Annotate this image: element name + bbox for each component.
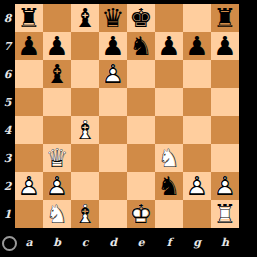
- square-e6[interactable]: [127, 60, 155, 88]
- rank-label-3: 3: [0, 144, 15, 172]
- piece-black-pawn: ♟: [15, 32, 43, 60]
- square-d4[interactable]: [99, 116, 127, 144]
- square-a4[interactable]: [15, 116, 43, 144]
- square-h6[interactable]: [211, 60, 239, 88]
- piece-black-pawn: ♟: [211, 32, 239, 60]
- square-c3[interactable]: [71, 144, 99, 172]
- square-g6[interactable]: [183, 60, 211, 88]
- square-c1[interactable]: ♝♗: [71, 200, 99, 228]
- square-b2[interactable]: ♟♙: [43, 172, 71, 200]
- square-g5[interactable]: [183, 88, 211, 116]
- square-a6[interactable]: [15, 60, 43, 88]
- square-f1[interactable]: [155, 200, 183, 228]
- piece-black-queen: ♛: [99, 4, 127, 32]
- file-label-e: e: [127, 232, 155, 252]
- piece-white-pawn: ♙: [43, 172, 71, 200]
- piece-white-knight: ♘: [43, 200, 71, 228]
- square-e4[interactable]: [127, 116, 155, 144]
- piece-black-rook: ♜: [211, 4, 239, 32]
- square-e1[interactable]: ♚♔: [127, 200, 155, 228]
- piece-white-knight: ♘: [155, 144, 183, 172]
- square-a5[interactable]: [15, 88, 43, 116]
- square-b4[interactable]: [43, 116, 71, 144]
- square-a3[interactable]: [15, 144, 43, 172]
- square-b3[interactable]: ♛♕: [43, 144, 71, 172]
- square-a8[interactable]: ♜: [15, 4, 43, 32]
- piece-black-knight: ♞: [127, 32, 155, 60]
- piece-white-pawn: ♙: [99, 60, 127, 88]
- square-g4[interactable]: [183, 116, 211, 144]
- square-c7[interactable]: [71, 32, 99, 60]
- square-a1[interactable]: [15, 200, 43, 228]
- square-h3[interactable]: [211, 144, 239, 172]
- rank-label-6: 6: [0, 60, 15, 88]
- rank-label-8: 8: [0, 4, 15, 32]
- square-h7[interactable]: ♟: [211, 32, 239, 60]
- square-e5[interactable]: [127, 88, 155, 116]
- square-e2[interactable]: [127, 172, 155, 200]
- piece-black-bishop: ♝: [43, 60, 71, 88]
- piece-black-king: ♚: [127, 4, 155, 32]
- square-f7[interactable]: ♟: [155, 32, 183, 60]
- square-c2[interactable]: [71, 172, 99, 200]
- square-f8[interactable]: [155, 4, 183, 32]
- square-b5[interactable]: [43, 88, 71, 116]
- file-label-f: f: [155, 232, 183, 252]
- file-label-h: h: [211, 232, 239, 252]
- file-label-a: a: [15, 232, 43, 252]
- piece-white-bishop: ♗: [71, 116, 99, 144]
- piece-black-knight: ♞: [155, 172, 183, 200]
- square-a2[interactable]: ♟♙: [15, 172, 43, 200]
- square-b1[interactable]: ♞♘: [43, 200, 71, 228]
- square-e8[interactable]: ♚: [127, 4, 155, 32]
- rank-label-4: 4: [0, 116, 15, 144]
- chessboard-frame: ♜♝♛♚♜♟♟♟♞♟♟♟♝♟♙♝♗♛♕♞♘♟♙♟♙♞♟♙♟♙♞♘♝♗♚♔♜♖ 8…: [0, 0, 257, 257]
- square-d1[interactable]: [99, 200, 127, 228]
- file-label-c: c: [71, 232, 99, 252]
- square-g1[interactable]: [183, 200, 211, 228]
- piece-white-pawn: ♙: [211, 172, 239, 200]
- rank-label-1: 1: [0, 200, 15, 228]
- square-g2[interactable]: ♟♙: [183, 172, 211, 200]
- black-to-move-indicator: [2, 236, 17, 251]
- piece-black-pawn: ♟: [155, 32, 183, 60]
- square-a7[interactable]: ♟: [15, 32, 43, 60]
- piece-white-rook: ♖: [211, 200, 239, 228]
- square-g8[interactable]: [183, 4, 211, 32]
- file-label-g: g: [183, 232, 211, 252]
- square-h8[interactable]: ♜: [211, 4, 239, 32]
- piece-white-king: ♔: [127, 200, 155, 228]
- piece-white-pawn: ♙: [183, 172, 211, 200]
- square-g7[interactable]: ♟: [183, 32, 211, 60]
- piece-white-bishop: ♗: [71, 200, 99, 228]
- rank-label-5: 5: [0, 88, 15, 116]
- chess-board: ♜♝♛♚♜♟♟♟♞♟♟♟♝♟♙♝♗♛♕♞♘♟♙♟♙♞♟♙♟♙♞♘♝♗♚♔♜♖: [15, 4, 239, 228]
- rank-label-2: 2: [0, 172, 15, 200]
- square-h5[interactable]: [211, 88, 239, 116]
- square-d5[interactable]: [99, 88, 127, 116]
- square-f4[interactable]: [155, 116, 183, 144]
- square-d3[interactable]: [99, 144, 127, 172]
- square-f6[interactable]: [155, 60, 183, 88]
- square-d2[interactable]: [99, 172, 127, 200]
- square-c5[interactable]: [71, 88, 99, 116]
- square-h1[interactable]: ♜♖: [211, 200, 239, 228]
- square-d7[interactable]: ♟: [99, 32, 127, 60]
- square-h4[interactable]: [211, 116, 239, 144]
- piece-white-pawn: ♙: [15, 172, 43, 200]
- square-d8[interactable]: ♛: [99, 4, 127, 32]
- square-g3[interactable]: [183, 144, 211, 172]
- piece-black-pawn: ♟: [183, 32, 211, 60]
- square-c8[interactable]: ♝: [71, 4, 99, 32]
- square-f5[interactable]: [155, 88, 183, 116]
- square-f3[interactable]: ♞♘: [155, 144, 183, 172]
- square-e7[interactable]: ♞: [127, 32, 155, 60]
- piece-black-bishop: ♝: [71, 4, 99, 32]
- square-b7[interactable]: ♟: [43, 32, 71, 60]
- square-f2[interactable]: ♞: [155, 172, 183, 200]
- square-d6[interactable]: ♟♙: [99, 60, 127, 88]
- file-label-b: b: [43, 232, 71, 252]
- piece-black-rook: ♜: [15, 4, 43, 32]
- rank-label-7: 7: [0, 32, 15, 60]
- piece-black-pawn: ♟: [99, 32, 127, 60]
- square-c4[interactable]: ♝♗: [71, 116, 99, 144]
- piece-white-queen: ♕: [43, 144, 71, 172]
- file-label-d: d: [99, 232, 127, 252]
- square-e3[interactable]: [127, 144, 155, 172]
- piece-black-pawn: ♟: [43, 32, 71, 60]
- square-c6[interactable]: [71, 60, 99, 88]
- square-h2[interactable]: ♟♙: [211, 172, 239, 200]
- square-b6[interactable]: ♝: [43, 60, 71, 88]
- square-b8[interactable]: [43, 4, 71, 32]
